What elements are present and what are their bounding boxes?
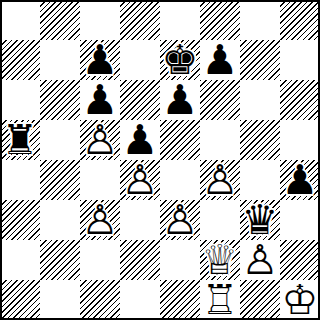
chess-diagram: ♟♟♚♚♟♟♟♟♟♟♜♜♟♙♟♟♟♙♟♙♟♟♟♙♟♙♛♛♛♕♟♙♜♖♚♔ xyxy=(0,0,320,320)
piece-white-pawn[interactable]: ♙ xyxy=(160,200,200,240)
square-a5[interactable]: ♜♜ xyxy=(0,120,40,160)
chess-board: ♟♟♚♚♟♟♟♟♟♟♜♜♟♙♟♟♟♙♟♙♟♟♟♙♟♙♛♛♛♕♟♙♜♖♚♔ xyxy=(0,0,320,320)
square-h8[interactable] xyxy=(280,0,320,40)
square-d1[interactable] xyxy=(120,280,160,320)
piece-black-pawn[interactable]: ♟ xyxy=(80,80,120,120)
square-c3[interactable]: ♟♙ xyxy=(80,200,120,240)
square-f6[interactable] xyxy=(200,80,240,120)
square-f4[interactable]: ♟♙ xyxy=(200,160,240,200)
square-b1[interactable] xyxy=(40,280,80,320)
square-e6[interactable]: ♟♟ xyxy=(160,80,200,120)
square-b6[interactable] xyxy=(40,80,80,120)
piece-white-king[interactable]: ♔ xyxy=(280,280,320,320)
square-c2[interactable] xyxy=(80,240,120,280)
square-g7[interactable] xyxy=(240,40,280,80)
square-d3[interactable] xyxy=(120,200,160,240)
piece-white-pawn[interactable]: ♙ xyxy=(240,240,280,280)
square-e7[interactable]: ♚♚ xyxy=(160,40,200,80)
piece-black-pawn[interactable]: ♟ xyxy=(280,160,320,200)
square-a4[interactable] xyxy=(0,160,40,200)
piece-black-king[interactable]: ♚ xyxy=(160,40,200,80)
square-g2[interactable]: ♟♙ xyxy=(240,240,280,280)
square-b3[interactable] xyxy=(40,200,80,240)
square-c6[interactable]: ♟♟ xyxy=(80,80,120,120)
square-a3[interactable] xyxy=(0,200,40,240)
square-a6[interactable] xyxy=(0,80,40,120)
square-d5[interactable]: ♟♟ xyxy=(120,120,160,160)
square-c4[interactable] xyxy=(80,160,120,200)
square-g4[interactable] xyxy=(240,160,280,200)
square-f7[interactable]: ♟♟ xyxy=(200,40,240,80)
square-g5[interactable] xyxy=(240,120,280,160)
square-e2[interactable] xyxy=(160,240,200,280)
square-f3[interactable] xyxy=(200,200,240,240)
square-c5[interactable]: ♟♙ xyxy=(80,120,120,160)
piece-black-pawn[interactable]: ♟ xyxy=(80,40,120,80)
square-e8[interactable] xyxy=(160,0,200,40)
piece-black-pawn[interactable]: ♟ xyxy=(200,40,240,80)
square-b8[interactable] xyxy=(40,0,80,40)
square-f2[interactable]: ♛♕ xyxy=(200,240,240,280)
piece-black-pawn[interactable]: ♟ xyxy=(160,80,200,120)
piece-white-pawn[interactable]: ♙ xyxy=(80,120,120,160)
square-b5[interactable] xyxy=(40,120,80,160)
square-f5[interactable] xyxy=(200,120,240,160)
piece-black-rook[interactable]: ♜ xyxy=(0,120,40,160)
square-h6[interactable] xyxy=(280,80,320,120)
square-d2[interactable] xyxy=(120,240,160,280)
square-b7[interactable] xyxy=(40,40,80,80)
square-g6[interactable] xyxy=(240,80,280,120)
square-a2[interactable] xyxy=(0,240,40,280)
square-b4[interactable] xyxy=(40,160,80,200)
piece-white-pawn[interactable]: ♙ xyxy=(200,160,240,200)
square-d6[interactable] xyxy=(120,80,160,120)
square-c7[interactable]: ♟♟ xyxy=(80,40,120,80)
square-a8[interactable] xyxy=(0,0,40,40)
piece-white-queen[interactable]: ♕ xyxy=(200,240,240,280)
square-g3[interactable]: ♛♛ xyxy=(240,200,280,240)
square-c8[interactable] xyxy=(80,0,120,40)
square-h7[interactable] xyxy=(280,40,320,80)
piece-white-rook[interactable]: ♖ xyxy=(200,280,240,320)
square-h4[interactable]: ♟♟ xyxy=(280,160,320,200)
square-e4[interactable] xyxy=(160,160,200,200)
square-h5[interactable] xyxy=(280,120,320,160)
square-c1[interactable] xyxy=(80,280,120,320)
piece-white-pawn[interactable]: ♙ xyxy=(80,200,120,240)
square-e5[interactable] xyxy=(160,120,200,160)
square-h2[interactable] xyxy=(280,240,320,280)
square-a1[interactable] xyxy=(0,280,40,320)
square-h3[interactable] xyxy=(280,200,320,240)
square-d8[interactable] xyxy=(120,0,160,40)
square-f8[interactable] xyxy=(200,0,240,40)
square-g1[interactable] xyxy=(240,280,280,320)
square-e3[interactable]: ♟♙ xyxy=(160,200,200,240)
square-h1[interactable]: ♚♔ xyxy=(280,280,320,320)
square-a7[interactable] xyxy=(0,40,40,80)
piece-black-pawn[interactable]: ♟ xyxy=(120,120,160,160)
square-f1[interactable]: ♜♖ xyxy=(200,280,240,320)
square-d4[interactable]: ♟♙ xyxy=(120,160,160,200)
square-e1[interactable] xyxy=(160,280,200,320)
piece-white-pawn[interactable]: ♙ xyxy=(120,160,160,200)
square-g8[interactable] xyxy=(240,0,280,40)
square-b2[interactable] xyxy=(40,240,80,280)
square-d7[interactable] xyxy=(120,40,160,80)
piece-black-queen[interactable]: ♛ xyxy=(240,200,280,240)
